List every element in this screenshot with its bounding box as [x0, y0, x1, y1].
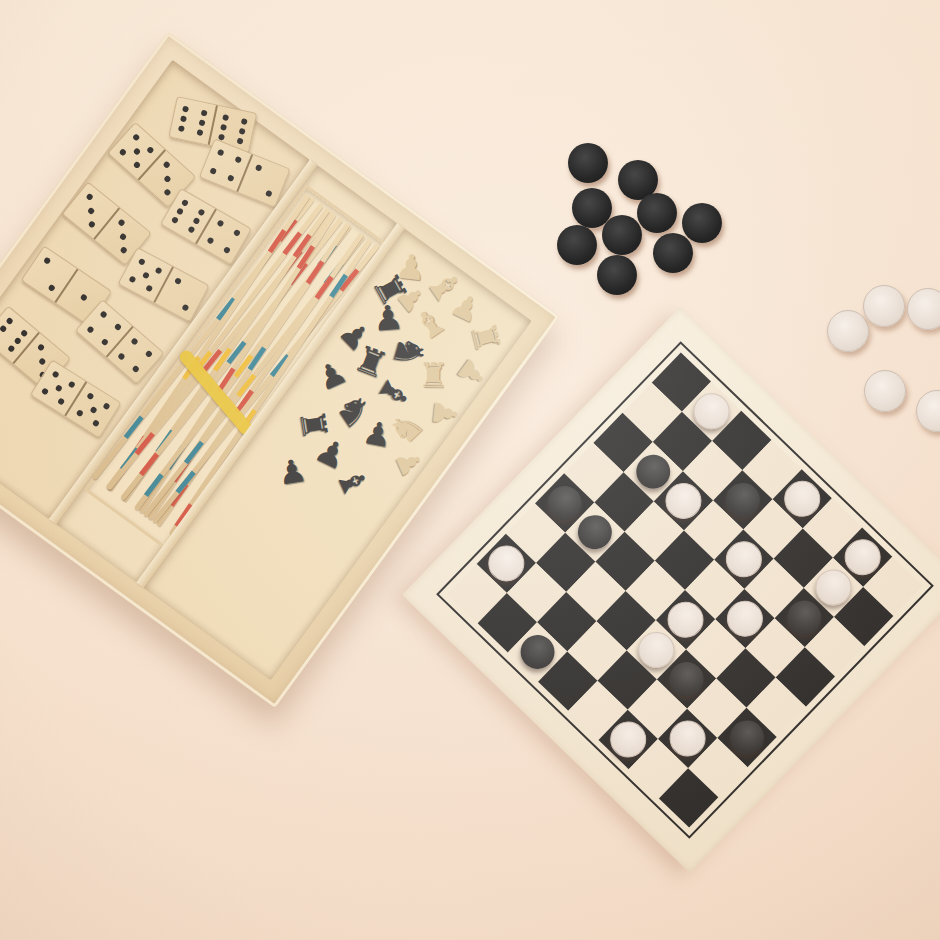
domino-pip: [233, 229, 241, 237]
chess-piece-black[interactable]: ♟: [360, 416, 394, 453]
domino-pip: [196, 129, 203, 136]
domino-pip: [174, 277, 182, 285]
domino-pip: [216, 220, 224, 228]
domino-pip: [182, 106, 189, 113]
checker-black[interactable]: [602, 215, 642, 255]
domino-pip: [118, 232, 126, 240]
domino-pip: [119, 148, 127, 156]
domino-pip: [76, 409, 84, 417]
domino-pip: [220, 124, 227, 131]
domino-pip: [54, 384, 62, 392]
domino-pip: [85, 193, 93, 201]
domino-pip: [0, 325, 8, 333]
domino-pip: [210, 167, 218, 175]
domino-pip: [38, 357, 46, 365]
domino-pip: [144, 350, 152, 358]
domino-pip: [57, 397, 65, 405]
domino-pip: [89, 406, 97, 414]
domino-pip: [180, 115, 187, 122]
domino-pip: [118, 352, 126, 360]
stick-band: [139, 453, 159, 477]
domino-pip: [192, 217, 200, 225]
domino-pip: [99, 311, 107, 319]
chess-piece-natural[interactable]: ♟: [389, 445, 427, 482]
chess-piece-natural[interactable]: ♜: [466, 318, 506, 356]
domino-pip: [132, 147, 140, 155]
domino-pip: [87, 325, 95, 333]
domino-pip: [171, 216, 179, 224]
domino-pip: [132, 364, 140, 372]
domino-pip: [133, 160, 141, 168]
domino-tile[interactable]: [30, 359, 122, 438]
domino-pip: [92, 419, 100, 427]
domino-pip: [48, 283, 56, 291]
domino-pip: [117, 219, 125, 227]
domino-pip: [113, 323, 121, 331]
domino-pip: [132, 133, 140, 141]
domino-pip: [187, 225, 195, 233]
domino-pip: [7, 344, 15, 352]
domino-pip: [178, 125, 185, 132]
domino-pip: [0, 332, 1, 340]
domino-pip: [79, 293, 87, 301]
chess-piece-natural[interactable]: ♟: [428, 397, 463, 429]
domino-pip: [88, 220, 96, 228]
domino-pip: [67, 381, 75, 389]
domino-pip: [101, 337, 109, 345]
domino-pip: [222, 114, 229, 121]
domino-pip: [102, 402, 110, 410]
checker-black[interactable]: [682, 203, 722, 243]
checker-black[interactable]: [637, 193, 677, 233]
domino-pip: [207, 236, 215, 244]
checker-white[interactable]: [863, 285, 905, 327]
domino-pip: [86, 392, 94, 400]
domino-pip: [181, 303, 189, 311]
domino-pip: [145, 284, 153, 292]
checker-white[interactable]: [907, 288, 940, 330]
domino-pip: [120, 246, 128, 254]
checker-black[interactable]: [653, 233, 693, 273]
domino-pip: [154, 267, 162, 275]
domino-pip: [240, 118, 247, 125]
domino-pip: [163, 188, 171, 196]
domino-pip: [43, 257, 51, 265]
domino-pip: [41, 387, 49, 395]
domino-pip: [197, 208, 205, 216]
domino-pip: [198, 119, 205, 126]
checkers-board-grid: [447, 352, 922, 827]
checker-white[interactable]: [916, 390, 940, 432]
domino-pip: [234, 156, 242, 164]
checker-white[interactable]: [864, 370, 906, 412]
photo-stage: ♟♝♟♜♟♝♟♜♟♞♟♜♟♞♟♜♝♟♞♟♜♟♝♟: [0, 0, 940, 940]
domino-pip: [162, 161, 170, 169]
domino-pip: [176, 207, 184, 215]
checker-black[interactable]: [597, 255, 637, 295]
checker-black[interactable]: [557, 225, 597, 265]
domino-tile[interactable]: [160, 188, 252, 265]
domino-pip: [181, 199, 189, 207]
domino-pip: [217, 149, 225, 157]
chess-piece-black[interactable]: ♟: [276, 454, 309, 490]
domino-pip: [238, 128, 245, 135]
domino-pip: [200, 110, 207, 117]
domino-pip: [227, 174, 235, 182]
domino-pip: [129, 275, 137, 283]
domino-pip: [13, 337, 21, 345]
board-printed-border: [436, 341, 934, 839]
domino-pip: [138, 258, 146, 266]
domino-pip: [236, 137, 243, 144]
domino-pip: [141, 271, 149, 279]
chess-piece-black[interactable]: ♟: [312, 355, 351, 396]
domino-pip: [20, 329, 28, 337]
checker-black[interactable]: [568, 143, 608, 183]
domino-pip: [265, 189, 273, 197]
domino-pip: [130, 338, 138, 346]
domino-pip: [5, 317, 13, 325]
domino-pip: [37, 344, 45, 352]
domino-pip: [87, 206, 95, 214]
domino-pip: [51, 371, 59, 379]
checker-white[interactable]: [827, 310, 869, 352]
domino-pip: [163, 174, 171, 182]
domino-pip: [255, 164, 263, 172]
domino-pip: [146, 146, 154, 154]
domino-pip: [223, 246, 231, 254]
chess-piece-natural[interactable]: ♟: [451, 352, 494, 394]
domino-tile[interactable]: [118, 247, 210, 323]
